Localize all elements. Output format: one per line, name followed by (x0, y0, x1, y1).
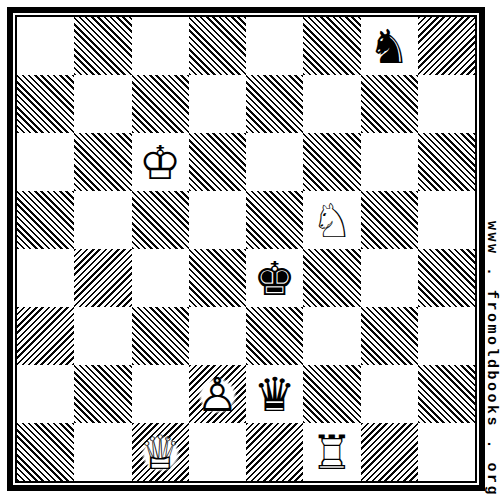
square-c3 (132, 307, 189, 365)
square-d4 (189, 249, 246, 307)
square-c7 (132, 75, 189, 133)
square-b1 (74, 423, 131, 481)
square-a2 (17, 365, 74, 423)
square-g2 (361, 365, 418, 423)
square-g4 (361, 249, 418, 307)
square-h3 (418, 307, 475, 365)
square-a8 (17, 17, 74, 75)
square-g6 (361, 133, 418, 191)
square-f4 (303, 249, 360, 307)
square-d1 (189, 423, 246, 481)
square-h1 (418, 423, 475, 481)
square-c5 (132, 191, 189, 249)
square-g7 (361, 75, 418, 133)
square-c1: ♕ (132, 423, 189, 481)
square-g3 (361, 307, 418, 365)
square-c6: ♔ (132, 133, 189, 191)
square-f3 (303, 307, 360, 365)
square-d6 (189, 133, 246, 191)
square-e8 (246, 17, 303, 75)
square-f6 (303, 133, 360, 191)
square-g8: ♞ (361, 17, 418, 75)
square-h4 (418, 249, 475, 307)
square-a4 (17, 249, 74, 307)
square-b7 (74, 75, 131, 133)
square-a6 (17, 133, 74, 191)
square-a5 (17, 191, 74, 249)
square-h7 (418, 75, 475, 133)
square-c8 (132, 17, 189, 75)
square-e6 (246, 133, 303, 191)
square-g1 (361, 423, 418, 481)
piece-black-king: ♚ (246, 249, 303, 307)
square-c2 (132, 365, 189, 423)
piece-white-king: ♔ (132, 133, 189, 191)
square-d3 (189, 307, 246, 365)
square-d7 (189, 75, 246, 133)
chess-board: ♞♔♘♚♙♛♕♖ (17, 17, 475, 481)
piece-black-knight: ♞ (361, 17, 418, 75)
square-b8 (74, 17, 131, 75)
piece-white-knight: ♘ (303, 191, 360, 249)
square-f7 (303, 75, 360, 133)
square-e4: ♚ (246, 249, 303, 307)
square-g5 (361, 191, 418, 249)
square-e3 (246, 307, 303, 365)
square-h6 (418, 133, 475, 191)
piece-white-pawn: ♙ (189, 365, 246, 423)
square-f5: ♘ (303, 191, 360, 249)
square-d5 (189, 191, 246, 249)
piece-black-queen: ♛ (246, 365, 303, 423)
board-outer-frame: ♞♔♘♚♙♛♕♖ (7, 7, 485, 491)
square-a7 (17, 75, 74, 133)
square-e1 (246, 423, 303, 481)
square-e5 (246, 191, 303, 249)
piece-white-queen: ♕ (132, 423, 189, 481)
square-e2: ♛ (246, 365, 303, 423)
square-b6 (74, 133, 131, 191)
square-b5 (74, 191, 131, 249)
square-a3 (17, 307, 74, 365)
square-c4 (132, 249, 189, 307)
square-h8 (418, 17, 475, 75)
square-e7 (246, 75, 303, 133)
board-inner-frame: ♞♔♘♚♙♛♕♖ (15, 15, 477, 483)
square-b4 (74, 249, 131, 307)
square-f2 (303, 365, 360, 423)
square-h5 (418, 191, 475, 249)
square-b2 (74, 365, 131, 423)
square-f1: ♖ (303, 423, 360, 481)
watermark-text: www . fromoldbooks . org (483, 221, 500, 497)
square-h2 (418, 365, 475, 423)
square-f8 (303, 17, 360, 75)
square-a1 (17, 423, 74, 481)
square-d2: ♙ (189, 365, 246, 423)
piece-white-rook: ♖ (303, 423, 360, 481)
square-d8 (189, 17, 246, 75)
square-b3 (74, 307, 131, 365)
